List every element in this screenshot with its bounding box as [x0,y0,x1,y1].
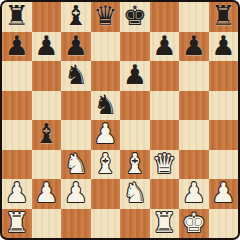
black-pawn-a7: ♟ [5,32,29,60]
white-pawn-d4: ♟ [93,120,117,148]
square-c3[interactable]: ♞ [61,150,91,180]
square-f3[interactable]: ♛ [150,150,180,180]
square-h4[interactable] [209,120,239,150]
square-g7[interactable]: ♟ [179,32,209,62]
black-pawn-c7: ♟ [64,32,88,60]
black-pawn-b7: ♟ [34,32,58,60]
square-e8[interactable]: ♚ [120,2,150,32]
square-b7[interactable]: ♟ [32,32,62,62]
square-f1[interactable]: ♜ [150,209,180,239]
white-pawn-b2: ♟ [34,179,58,207]
square-b5[interactable] [32,91,62,121]
chessboard: ♜♝♛♚♜♟♟♟♟♟♟♞♟♞♝♟♞♝♝♛♟♟♟♞♟♟♜♜♚ [2,2,238,238]
square-a1[interactable]: ♜ [2,209,32,239]
square-a5[interactable] [2,91,32,121]
white-pawn-a2: ♟ [5,179,29,207]
white-bishop-e3: ♝ [123,150,147,178]
square-g4[interactable] [179,120,209,150]
square-g5[interactable] [179,91,209,121]
square-c6[interactable]: ♞ [61,61,91,91]
black-king-e8: ♚ [123,2,147,30]
square-c4[interactable] [61,120,91,150]
square-d7[interactable] [91,32,121,62]
square-a3[interactable] [2,150,32,180]
square-g2[interactable]: ♟ [179,179,209,209]
black-bishop-c8: ♝ [64,2,88,30]
black-rook-a8: ♜ [5,2,29,30]
square-b4[interactable]: ♝ [32,120,62,150]
square-a8[interactable]: ♜ [2,2,32,32]
black-queen-d8: ♛ [93,2,117,30]
square-b6[interactable] [32,61,62,91]
square-b3[interactable] [32,150,62,180]
square-a7[interactable]: ♟ [2,32,32,62]
square-e4[interactable] [120,120,150,150]
square-h5[interactable] [209,91,239,121]
square-d1[interactable] [91,209,121,239]
white-knight-c3: ♞ [64,150,88,178]
white-pawn-c2: ♟ [64,179,88,207]
square-f8[interactable] [150,2,180,32]
square-e2[interactable]: ♞ [120,179,150,209]
square-a6[interactable] [2,61,32,91]
square-c8[interactable]: ♝ [61,2,91,32]
black-knight-c6: ♞ [64,61,88,89]
square-h3[interactable] [209,150,239,180]
square-g6[interactable] [179,61,209,91]
square-d2[interactable] [91,179,121,209]
square-e5[interactable] [120,91,150,121]
square-d8[interactable]: ♛ [91,2,121,32]
white-bishop-d3: ♝ [93,150,117,178]
black-pawn-e6: ♟ [123,61,147,89]
square-e1[interactable] [120,209,150,239]
white-pawn-g2: ♟ [182,179,206,207]
black-pawn-g7: ♟ [182,32,206,60]
square-b1[interactable] [32,209,62,239]
black-rook-h8: ♜ [211,2,235,30]
white-queen-f3: ♛ [152,150,176,178]
square-c2[interactable]: ♟ [61,179,91,209]
white-knight-e2: ♞ [123,179,147,207]
square-a4[interactable] [2,120,32,150]
black-bishop-b4: ♝ [34,120,58,148]
white-rook-f1: ♜ [152,209,176,237]
square-g8[interactable] [179,2,209,32]
square-d3[interactable]: ♝ [91,150,121,180]
square-d4[interactable]: ♟ [91,120,121,150]
square-b2[interactable]: ♟ [32,179,62,209]
square-b8[interactable] [32,2,62,32]
square-c5[interactable] [61,91,91,121]
square-c1[interactable] [61,209,91,239]
black-pawn-f7: ♟ [152,32,176,60]
square-d6[interactable] [91,61,121,91]
square-h7[interactable]: ♟ [209,32,239,62]
white-rook-a1: ♜ [5,209,29,237]
black-pawn-h7: ♟ [211,32,235,60]
square-f7[interactable]: ♟ [150,32,180,62]
black-knight-d5: ♞ [93,91,117,119]
square-f6[interactable] [150,61,180,91]
square-g3[interactable] [179,150,209,180]
square-h1[interactable] [209,209,239,239]
square-f4[interactable] [150,120,180,150]
square-e6[interactable]: ♟ [120,61,150,91]
square-h8[interactable]: ♜ [209,2,239,32]
chess-diagram: ♜♝♛♚♜♟♟♟♟♟♟♞♟♞♝♟♞♝♝♛♟♟♟♞♟♟♜♜♚ [0,0,240,240]
white-king-g1: ♚ [182,209,206,237]
square-h2[interactable]: ♟ [209,179,239,209]
square-d5[interactable]: ♞ [91,91,121,121]
square-e7[interactable] [120,32,150,62]
white-pawn-h2: ♟ [211,179,235,207]
square-a2[interactable]: ♟ [2,179,32,209]
square-e3[interactable]: ♝ [120,150,150,180]
square-g1[interactable]: ♚ [179,209,209,239]
square-h6[interactable] [209,61,239,91]
board-frame: ♜♝♛♚♜♟♟♟♟♟♟♞♟♞♝♟♞♝♝♛♟♟♟♞♟♟♜♜♚ [0,0,240,240]
square-f5[interactable] [150,91,180,121]
square-f2[interactable] [150,179,180,209]
square-c7[interactable]: ♟ [61,32,91,62]
